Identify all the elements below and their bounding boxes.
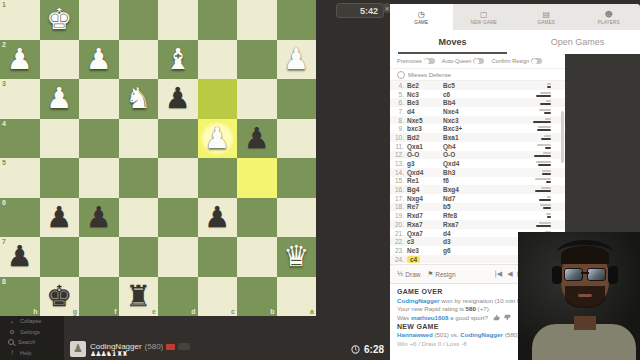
white-move[interactable]: Re7 xyxy=(407,203,443,210)
black-player-link[interactable]: CodingNagger xyxy=(460,331,503,338)
move-time-bars xyxy=(539,109,551,114)
square-c8[interactable]: c xyxy=(198,277,238,317)
white-pawn-a2[interactable]: ♟ xyxy=(277,40,317,80)
webcam-video xyxy=(518,232,640,360)
black-move[interactable]: Nxc3 xyxy=(443,117,479,124)
square-f2[interactable]: ♟ xyxy=(79,40,119,80)
square-g7[interactable] xyxy=(40,237,80,277)
thumbs-up-icon[interactable] xyxy=(493,314,500,321)
bottom-player-clock: 6:28 xyxy=(322,342,384,357)
games-tab-icon: ▤ xyxy=(542,10,550,19)
square-e6[interactable] xyxy=(119,198,159,238)
white-move[interactable]: Ne3 xyxy=(407,247,443,254)
square-h8[interactable]: 8h xyxy=(0,277,40,317)
white-move[interactable]: Be3 xyxy=(407,99,443,106)
square-d6[interactable] xyxy=(158,198,198,238)
toggle-switch[interactable] xyxy=(424,58,435,64)
square-d4[interactable] xyxy=(158,119,198,159)
half-point-icon: ½ xyxy=(397,270,403,278)
square-b2[interactable] xyxy=(237,40,277,80)
black-move[interactable]: f6 xyxy=(443,177,479,184)
bottom-player-flag-icon xyxy=(166,344,175,350)
file-label-a: a xyxy=(310,308,314,315)
square-c7[interactable] xyxy=(198,237,238,277)
file-label-g: g xyxy=(73,308,77,315)
panel-subtabs: Moves Open Games xyxy=(390,30,640,54)
square-b4[interactable]: ♟ xyxy=(237,119,277,159)
black-move[interactable]: Rfe8 xyxy=(443,212,479,219)
square-c6[interactable]: ♟ xyxy=(198,198,238,238)
move-time-bars xyxy=(535,187,551,192)
white-pawn-g3[interactable]: ♟ xyxy=(40,79,80,119)
toggle-switch[interactable] xyxy=(473,58,484,64)
white-queen-a7[interactable]: ♛ xyxy=(277,237,317,277)
square-e2[interactable] xyxy=(119,40,159,80)
black-move[interactable]: Qh4 xyxy=(443,143,479,150)
opening-book-icon xyxy=(397,71,405,79)
white-move[interactable]: g3 xyxy=(407,160,443,167)
black-pawn-b4[interactable]: ♟ xyxy=(237,119,277,159)
black-move[interactable]: O-O xyxy=(443,151,479,158)
panel-tabbar: ◷GAME▢NEW GAME▤GAMES☻PLAYERS xyxy=(390,4,640,30)
rank-label-1: 1 xyxy=(2,1,6,8)
square-h3[interactable]: 3 xyxy=(0,79,40,119)
white-move[interactable]: Rxd7 xyxy=(407,212,443,219)
move-time-bars xyxy=(542,170,551,175)
bottom-player-badge xyxy=(178,343,190,350)
bottom-clock-time: 6:28 xyxy=(364,344,384,355)
panel-tab-players[interactable]: ☻PLAYERS xyxy=(578,4,640,30)
white-move[interactable]: d4 xyxy=(407,108,443,115)
game-tab-icon: ◷ xyxy=(418,10,425,19)
black-move[interactable]: Bxa1 xyxy=(443,134,479,141)
collapse-icon: « xyxy=(8,318,16,325)
square-a1[interactable] xyxy=(277,0,317,40)
white-move[interactable]: Rxa7 xyxy=(407,221,443,228)
black-move[interactable]: c6 xyxy=(443,91,479,98)
move-row-15[interactable]: 15. Re1 f6 xyxy=(390,177,565,186)
square-b3[interactable] xyxy=(237,79,277,119)
sidebar-util-search[interactable]: Search xyxy=(8,338,35,347)
toggle-auto-queen[interactable]: Auto-Queen xyxy=(442,58,485,64)
file-label-f: f xyxy=(114,308,116,315)
file-label-d: d xyxy=(191,308,195,315)
tab-moves[interactable]: Moves xyxy=(390,30,515,54)
file-label-e: e xyxy=(152,308,156,315)
move-time-bars xyxy=(546,213,551,218)
square-a5[interactable] xyxy=(277,158,317,198)
square-a2[interactable]: ♟ xyxy=(277,40,317,80)
square-a7[interactable]: ♛ xyxy=(277,237,317,277)
move-time-bars xyxy=(533,118,551,123)
black-move[interactable]: b5 xyxy=(443,203,479,210)
white-move[interactable]: c3 xyxy=(407,238,443,245)
white-move[interactable]: Be2 xyxy=(407,82,443,89)
move-time-bars xyxy=(540,100,551,105)
move-time-bars xyxy=(547,83,551,88)
move-row-14[interactable]: 14. Qxd4 Bh3 xyxy=(390,168,565,177)
square-h2[interactable]: ♟2 xyxy=(0,40,40,80)
black-move[interactable]: Bh3 xyxy=(443,169,479,176)
black-move[interactable]: d4 xyxy=(443,230,479,237)
square-g3[interactable]: ♟ xyxy=(40,79,80,119)
black-move[interactable]: d3 xyxy=(443,238,479,245)
square-f8[interactable]: f xyxy=(79,277,119,317)
streamer-person xyxy=(518,232,640,360)
opening-row: Mieses Defense xyxy=(390,69,565,81)
square-e5[interactable] xyxy=(119,158,159,198)
move-time-bars xyxy=(537,126,551,131)
square-b8[interactable]: b xyxy=(237,277,277,317)
scrollbar[interactable] xyxy=(561,111,564,163)
square-h1[interactable]: 1 xyxy=(0,0,40,40)
white-move[interactable]: O-O xyxy=(407,151,443,158)
top-player-clock: 5:42 xyxy=(336,3,384,18)
white-knight-e3[interactable]: ♞ xyxy=(119,79,159,119)
square-f7[interactable] xyxy=(79,237,119,277)
rank-label-2: 2 xyxy=(2,41,6,48)
square-c1[interactable] xyxy=(198,0,238,40)
square-d1[interactable] xyxy=(158,0,198,40)
toggle-premoves[interactable]: Premoves xyxy=(397,58,435,64)
square-g2[interactable] xyxy=(40,40,80,80)
square-c2[interactable] xyxy=(198,40,238,80)
black-move[interactable]: Bb4 xyxy=(443,99,479,106)
square-h6[interactable]: 6 xyxy=(0,198,40,238)
move-row-7[interactable]: 7. d4 Nxe4 xyxy=(390,107,565,116)
square-f6[interactable]: ♟ xyxy=(79,198,119,238)
black-pawn-d3[interactable]: ♟ xyxy=(158,79,198,119)
square-h5[interactable]: 5 xyxy=(0,158,40,198)
white-move[interactable]: Re1 xyxy=(407,177,443,184)
move-row-17[interactable]: 17. Nxg4 Nd7 xyxy=(390,194,565,203)
move-time-bars xyxy=(535,178,551,183)
move-row-18[interactable]: 18. Re7 b5 xyxy=(390,203,565,212)
black-move[interactable]: g6 xyxy=(443,247,479,254)
square-g5[interactable] xyxy=(40,158,80,198)
square-g6[interactable]: ♟ xyxy=(40,198,80,238)
rank-label-7: 7 xyxy=(2,238,6,245)
square-e7[interactable] xyxy=(119,237,159,277)
panel-tab-new-game[interactable]: ▢NEW GAME xyxy=(453,4,516,30)
square-f4[interactable] xyxy=(79,119,119,159)
square-a6[interactable] xyxy=(277,198,317,238)
square-e8[interactable]: ♜e xyxy=(119,277,159,317)
avatar[interactable]: ♟ xyxy=(70,341,86,357)
square-f5[interactable] xyxy=(79,158,119,198)
thumbs-down-icon[interactable] xyxy=(504,314,511,321)
square-a4[interactable] xyxy=(277,119,317,159)
toggles-row: PremovesAuto-QueenConfirm Resign xyxy=(390,54,565,69)
players-tab-icon: ☻ xyxy=(605,10,613,19)
headphones-icon xyxy=(557,240,613,265)
square-d7[interactable] xyxy=(158,237,198,277)
white-pawn-c4[interactable]: ♟ xyxy=(198,119,238,159)
black-move[interactable]: Nxe4 xyxy=(443,108,479,115)
square-e1[interactable] xyxy=(119,0,159,40)
move-time-bars xyxy=(541,135,551,140)
file-label-h: h xyxy=(33,308,37,315)
white-move[interactable]: Qxd4 xyxy=(407,169,443,176)
rank-label-6: 6 xyxy=(2,199,6,206)
square-b7[interactable] xyxy=(237,237,277,277)
opening-name: Mieses Defense xyxy=(408,72,451,78)
white-pawn-f2[interactable]: ♟ xyxy=(79,40,119,80)
move-time-bars xyxy=(539,196,551,201)
square-d5[interactable] xyxy=(158,158,198,198)
move-row-8[interactable]: 8. Nxe5 Nxc3 xyxy=(390,116,565,125)
white-move[interactable]: c4 xyxy=(407,256,443,263)
bottom-player-rating: (580) xyxy=(145,342,164,351)
white-move[interactable]: Qxa1 xyxy=(407,143,443,150)
square-d2[interactable]: ♝ xyxy=(158,40,198,80)
square-d3[interactable]: ♟ xyxy=(158,79,198,119)
settings-icon: ⚙ xyxy=(8,328,16,335)
sidebar-util-settings[interactable]: ⚙Settings xyxy=(8,327,40,336)
move-row-16[interactable]: 16. Bg4 Bxg4 xyxy=(390,185,565,194)
clock-icon xyxy=(351,345,360,354)
black-move[interactable]: Bc5 xyxy=(443,82,479,89)
white-move[interactable]: Bd2 xyxy=(407,134,443,141)
move-row-4[interactable]: 4. Be2 Bc5 xyxy=(390,81,565,90)
square-h7[interactable]: ♟7 xyxy=(0,237,40,277)
move-time-bars xyxy=(534,152,551,157)
square-h4[interactable]: 4 xyxy=(0,119,40,159)
move-row-13[interactable]: 13. g3 Qxd4 xyxy=(390,159,565,168)
square-a3[interactable] xyxy=(277,79,317,119)
move-row-6[interactable]: 6. Be3 Bb4 xyxy=(390,98,565,107)
prev-move-icon[interactable]: ◀ xyxy=(507,270,512,278)
square-b5[interactable] xyxy=(237,158,277,198)
new-rating: 580 xyxy=(466,305,476,312)
opponent-link[interactable]: mathieu1808 xyxy=(411,314,449,321)
black-pawn-c6[interactable]: ♟ xyxy=(198,198,238,238)
move-row-12[interactable]: 12. O-O O-O xyxy=(390,151,565,160)
toggle-switch[interactable] xyxy=(531,58,542,64)
white-move[interactable]: Nxe5 xyxy=(407,117,443,124)
file-label-b: b xyxy=(270,308,274,315)
help-icon: ? xyxy=(8,349,16,356)
move-time-bars xyxy=(540,204,551,209)
stream-dark-panel xyxy=(565,54,640,232)
move-time-bars xyxy=(536,161,551,166)
bottom-captured-pieces: ♟♟♟♞♝♜♜ xyxy=(90,350,127,358)
white-move[interactable]: Nc3 xyxy=(407,91,443,98)
move-row-9[interactable]: 9. bxc3 Bxc3+ xyxy=(390,124,565,133)
move-time-bars xyxy=(536,92,551,97)
avatar-pawn-icon: ♟ xyxy=(73,341,83,357)
white-bishop-d2[interactable]: ♝ xyxy=(158,40,198,80)
tab-open-games[interactable]: Open Games xyxy=(515,30,640,54)
move-row-20[interactable]: 20. Rxa7 Rxa7 xyxy=(390,220,565,229)
square-e4[interactable] xyxy=(119,119,159,159)
move-row-5[interactable]: 5. Nc3 c6 xyxy=(390,90,565,99)
white-move[interactable]: Bg4 xyxy=(407,186,443,193)
square-g4[interactable] xyxy=(40,119,80,159)
square-b1[interactable] xyxy=(237,0,277,40)
square-d8[interactable]: d xyxy=(158,277,198,317)
square-c5[interactable] xyxy=(198,158,238,198)
winner-link[interactable]: CodingNagger xyxy=(397,297,440,304)
square-a8[interactable]: a xyxy=(277,277,317,317)
black-move[interactable]: Bxg4 xyxy=(443,186,479,193)
first-move-icon[interactable]: |◀ xyxy=(494,270,502,278)
new-game-tab-icon: ▢ xyxy=(480,10,488,19)
black-move[interactable]: Qxd4 xyxy=(443,160,479,167)
square-f3[interactable] xyxy=(79,79,119,119)
white-move[interactable]: Nxg4 xyxy=(407,195,443,202)
black-move[interactable]: Nd7 xyxy=(443,195,479,202)
sidebar-util-collapse[interactable]: «Collapse xyxy=(8,317,41,326)
file-label-c: c xyxy=(231,308,235,315)
panel-tab-games[interactable]: ▤GAMES xyxy=(515,4,578,30)
black-pawn-f6[interactable]: ♟ xyxy=(79,198,119,238)
rank-label-8: 8 xyxy=(2,278,6,285)
search-icon xyxy=(8,339,14,345)
rank-label-5: 5 xyxy=(2,159,6,166)
glasses xyxy=(564,268,606,280)
square-g8[interactable]: ♚g xyxy=(40,277,80,317)
move-time-bars xyxy=(536,222,551,227)
resign-button[interactable]: ⚑ Resign xyxy=(427,270,455,278)
move-time-bars xyxy=(537,144,551,149)
rank-label-4: 4 xyxy=(2,120,6,127)
chess-board[interactable]: 1♚♟2♟♝♟3♟♞♟4♟♟56♟♟♟♟7♛8h♚gf♜edcba xyxy=(0,0,316,316)
white-player-link[interactable]: Hannawwed xyxy=(397,331,433,338)
panel-tab-game[interactable]: ◷GAME xyxy=(390,4,453,30)
white-king-g1[interactable]: ♚ xyxy=(40,0,80,40)
white-move[interactable]: Qxa7 xyxy=(407,230,443,237)
black-pawn-g6[interactable]: ♟ xyxy=(40,198,80,238)
move-row-19[interactable]: 19. Rxd7 Rfe8 xyxy=(390,211,565,220)
flag-icon: ⚑ xyxy=(427,270,433,278)
square-f1[interactable] xyxy=(79,0,119,40)
square-c3[interactable] xyxy=(198,79,238,119)
square-c4[interactable]: ♟ xyxy=(198,119,238,159)
rank-label-3: 3 xyxy=(2,80,6,87)
draw-button[interactable]: ½ Draw xyxy=(397,270,420,278)
square-g1[interactable]: ♚ xyxy=(40,0,80,40)
black-move[interactable]: Bxc3+ xyxy=(443,125,479,132)
square-e3[interactable]: ♞ xyxy=(119,79,159,119)
move-row-10[interactable]: 10. Bd2 Bxa1 xyxy=(390,133,565,142)
move-row-11[interactable]: 11. Qxa1 Qh4 xyxy=(390,142,565,151)
white-move[interactable]: bxc3 xyxy=(407,125,443,132)
sidebar-util-help[interactable]: ?Help xyxy=(8,348,31,357)
toggle-confirm-resign[interactable]: Confirm Resign xyxy=(491,58,542,64)
black-move[interactable]: Rxa7 xyxy=(443,221,479,228)
square-b6[interactable] xyxy=(237,198,277,238)
